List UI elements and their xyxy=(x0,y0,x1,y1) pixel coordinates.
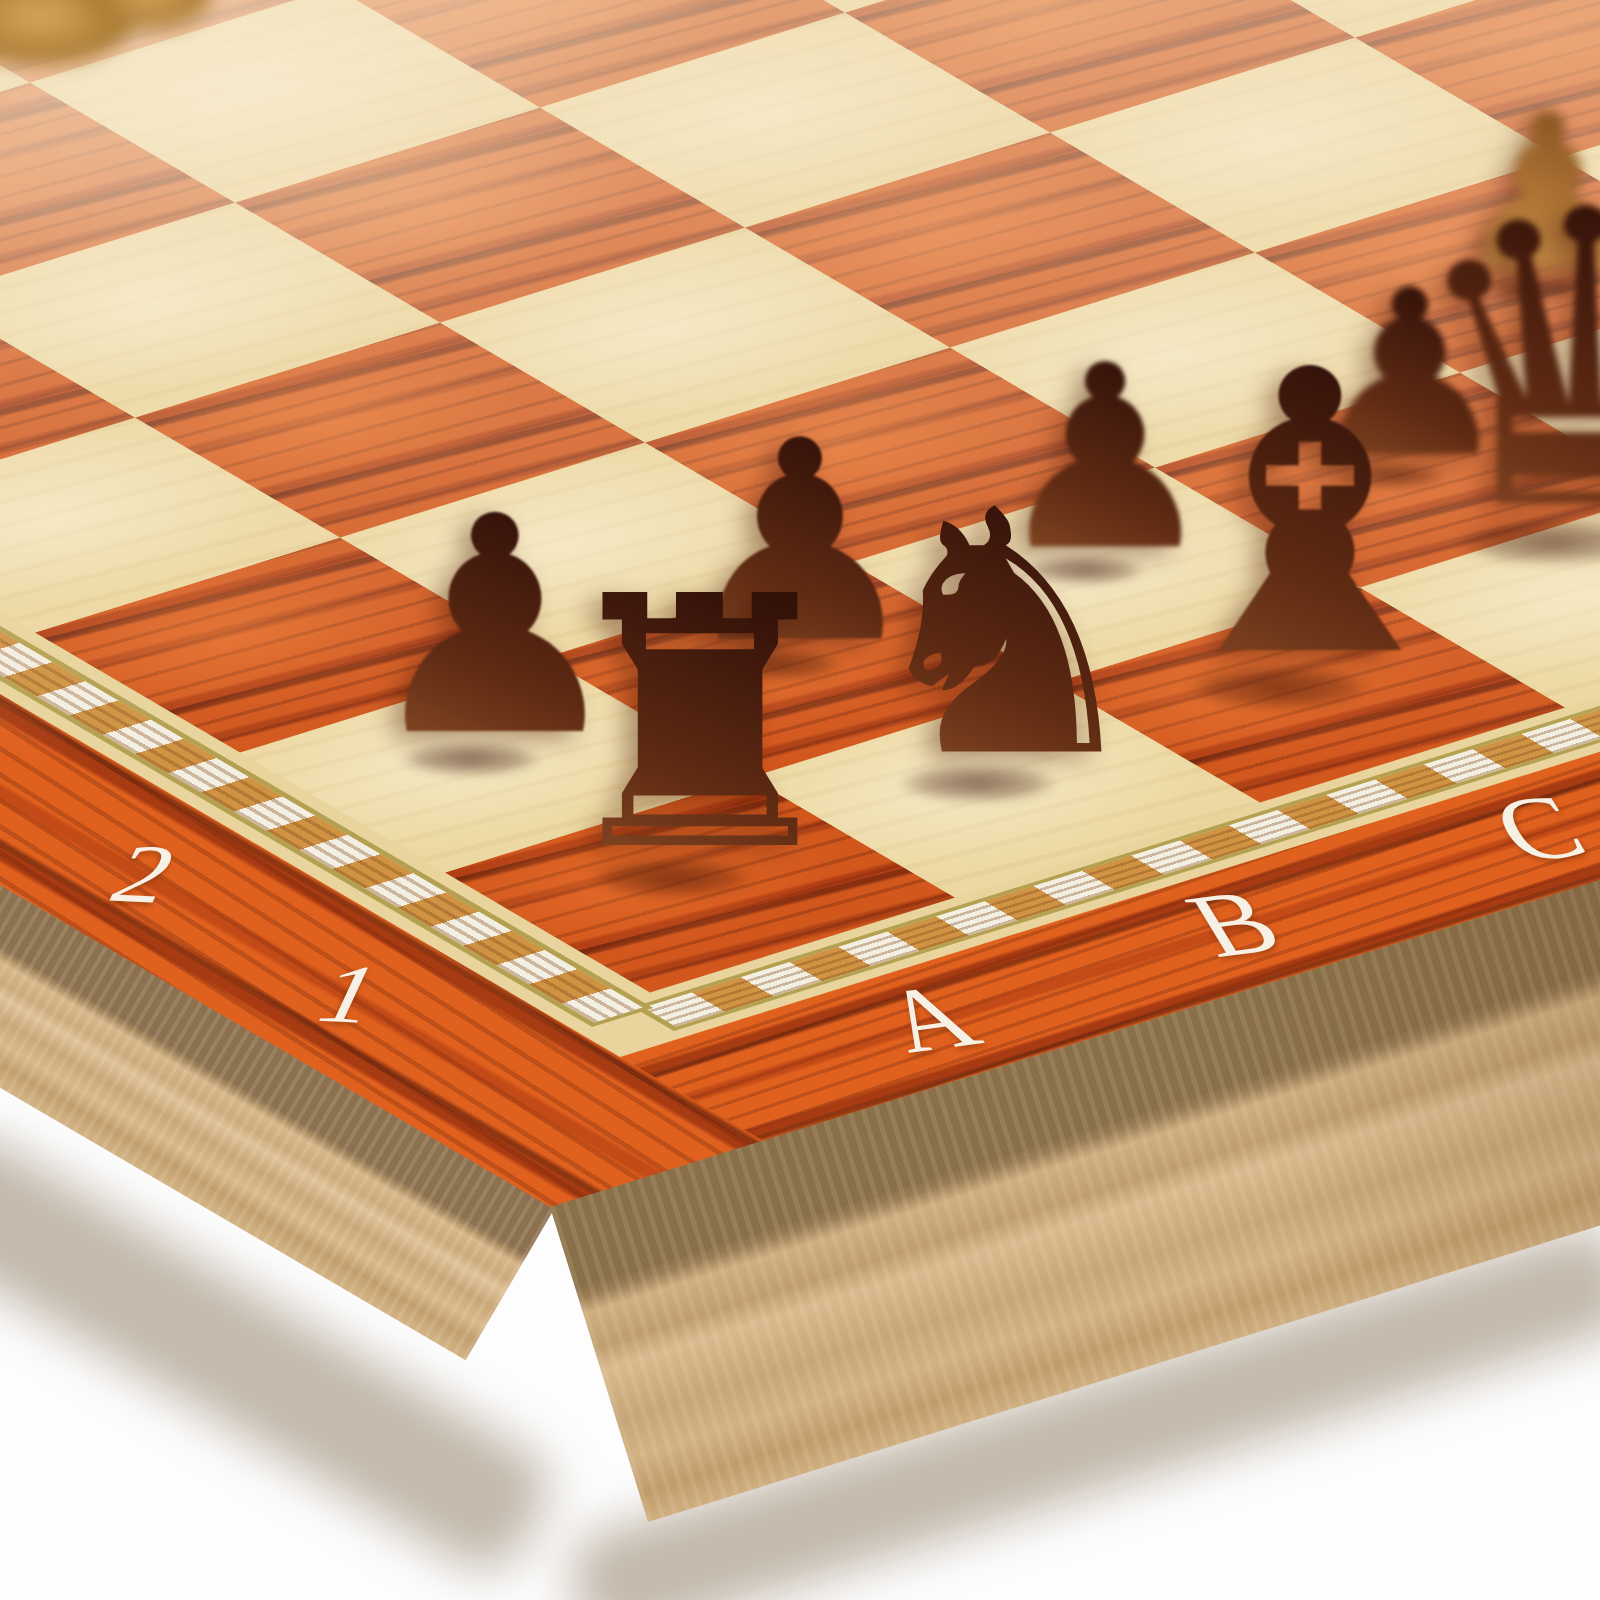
piece-bishop-c1: ♝ xyxy=(1310,695,1600,1086)
piece-rook-a1-icon: ♜ xyxy=(545,553,855,899)
piece-knight-b1-icon: ♞ xyxy=(854,467,1156,804)
piece-knight-b1: ♞ xyxy=(1005,790,1307,1127)
scene: ABCDEFGH12345678 ♜♞♝♛♟♟♟♟♟ xyxy=(0,0,1600,1600)
piece-bishop-c1-icon: ♝ xyxy=(1135,320,1485,711)
piece-rook-a1: ♜ xyxy=(700,885,1010,1231)
board-squares xyxy=(0,0,1550,8)
